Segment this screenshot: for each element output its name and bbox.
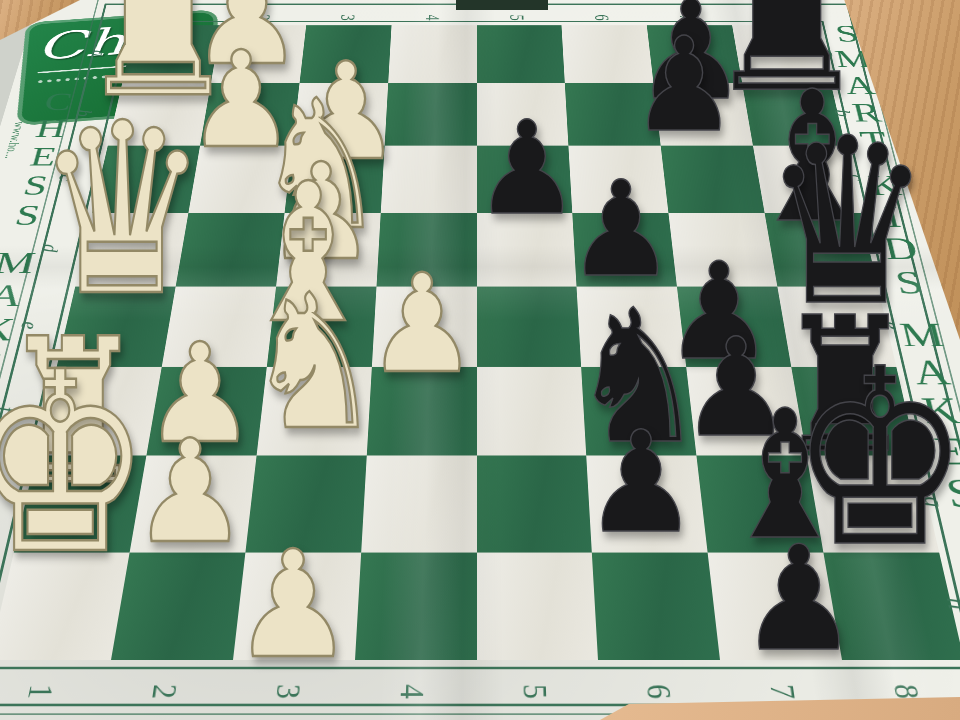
coord-label-top-6: 6: [590, 15, 614, 21]
piece-black-pawn-c5[interactable]: ♟: [474, 104, 580, 233]
square-h6[interactable]: [592, 552, 720, 660]
piece-black-pawn-h7[interactable]: ♟: [739, 526, 859, 671]
piece-white-knight-f3[interactable]: ♞: [246, 270, 383, 456]
piece-white-pawn-h3[interactable]: ♟: [232, 531, 354, 679]
chess-photo-stage: Chess ♞ CHESSMAKES www.ho... 11223344556…: [0, 0, 960, 720]
piece-white-king-g1[interactable]: ♚: [0, 340, 152, 589]
piece-white-queen-d1[interactable]: ♛: [35, 92, 209, 329]
coord-label-bottom-7: 7: [762, 684, 803, 699]
coord-label-top-5: 5: [505, 15, 529, 21]
coord-label-bottom-1: 1: [19, 684, 61, 699]
piece-white-pawn-e4[interactable]: ♟: [366, 256, 478, 392]
coord-label-bottom-2: 2: [143, 684, 184, 699]
background-edge-strip: [456, 0, 548, 10]
square-a5[interactable]: [477, 25, 566, 83]
square-h4[interactable]: [355, 552, 477, 660]
coord-label-top-3: 3: [335, 15, 359, 21]
square-h5[interactable]: [477, 552, 599, 660]
coord-label-bottom-6: 6: [639, 684, 679, 699]
coord-label-bottom-5: 5: [515, 684, 554, 699]
coord-label-top-4: 4: [420, 15, 444, 21]
coord-label-bottom-8: 8: [885, 684, 927, 699]
coord-label-bottom-4: 4: [392, 684, 431, 699]
piece-black-pawn-b7[interactable]: ♟: [630, 20, 737, 150]
piece-black-pawn-g6[interactable]: ♟: [583, 413, 698, 553]
